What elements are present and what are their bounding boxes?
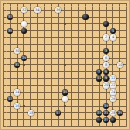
intersection-12-13 bbox=[82, 89, 89, 96]
intersection-9-3 bbox=[62, 21, 69, 28]
intersection-3-16 bbox=[21, 109, 28, 116]
intersection-13-12 bbox=[89, 82, 96, 89]
intersection-8-14 bbox=[55, 96, 62, 103]
intersection-2-17 bbox=[14, 116, 21, 123]
intersection-13-11 bbox=[89, 75, 96, 82]
intersection-18-3 bbox=[123, 21, 130, 28]
intersection-15-18 bbox=[103, 123, 110, 130]
intersection-16-11: 12 bbox=[109, 75, 116, 82]
intersection-0-9 bbox=[0, 62, 7, 69]
intersection-1-18 bbox=[7, 123, 14, 130]
intersection-1-15 bbox=[7, 103, 14, 110]
stone-white-4-16-move-18: 18 bbox=[28, 110, 34, 116]
intersection-6-10 bbox=[41, 68, 48, 75]
intersection-5-6 bbox=[34, 41, 41, 48]
intersection-3-7 bbox=[21, 48, 28, 55]
intersection-2-2 bbox=[14, 14, 21, 21]
intersection-14-6 bbox=[96, 41, 103, 48]
intersection-0-6 bbox=[0, 41, 7, 48]
intersection-10-1 bbox=[68, 7, 75, 14]
stone-black-15-7-move-3: 3 bbox=[103, 48, 109, 54]
move-number: 25 bbox=[118, 111, 121, 114]
intersection-16-5: 4 bbox=[109, 34, 116, 41]
intersection-5-2 bbox=[34, 14, 41, 21]
intersection-6-13 bbox=[41, 89, 48, 96]
intersection-7-16 bbox=[48, 109, 55, 116]
intersection-0-18 bbox=[0, 123, 7, 130]
intersection-18-0 bbox=[123, 0, 130, 7]
move-number: 12 bbox=[111, 77, 114, 80]
intersection-7-9 bbox=[48, 62, 55, 69]
intersection-11-7 bbox=[75, 48, 82, 55]
intersection-13-5 bbox=[89, 34, 96, 41]
stone-black-16-4-move-1: 1 bbox=[110, 28, 116, 34]
intersection-8-13 bbox=[55, 89, 62, 96]
intersection-3-2 bbox=[21, 14, 28, 21]
move-number: 22 bbox=[111, 84, 114, 87]
intersection-6-15 bbox=[41, 103, 48, 110]
intersection-3-15 bbox=[21, 103, 28, 110]
move-number: 13 bbox=[9, 98, 12, 101]
intersection-18-15 bbox=[123, 103, 130, 110]
intersection-1-3 bbox=[7, 21, 14, 28]
intersection-2-8 bbox=[14, 55, 21, 62]
intersection-6-5 bbox=[41, 34, 48, 41]
intersection-18-2 bbox=[123, 14, 130, 21]
intersection-12-11 bbox=[82, 75, 89, 82]
intersection-0-12 bbox=[0, 82, 7, 89]
stone-white-16-11-move-12: 12 bbox=[110, 75, 116, 81]
intersection-7-10 bbox=[48, 68, 55, 75]
move-number: 11 bbox=[98, 77, 101, 80]
intersection-4-15 bbox=[27, 103, 34, 110]
intersection-17-18 bbox=[116, 123, 123, 130]
intersection-8-12 bbox=[55, 82, 62, 89]
intersection-12-15 bbox=[82, 103, 89, 110]
intersection-11-12 bbox=[75, 82, 82, 89]
stone-white-15-8-move-6: 6 bbox=[103, 55, 109, 61]
intersection-0-11 bbox=[0, 75, 7, 82]
move-number: 4 bbox=[111, 36, 114, 39]
stone-black-14-17 bbox=[96, 117, 102, 123]
intersection-5-17 bbox=[34, 116, 41, 123]
intersection-12-1 bbox=[82, 7, 89, 14]
intersection-8-0 bbox=[55, 0, 62, 7]
move-number: 33 bbox=[9, 15, 12, 18]
intersection-16-17 bbox=[109, 116, 116, 123]
stone-white-16-16-move-28: 28 bbox=[110, 110, 116, 116]
intersection-2-1 bbox=[14, 7, 21, 14]
intersection-9-2 bbox=[62, 14, 69, 21]
intersection-10-11 bbox=[68, 75, 75, 82]
intersection-18-11 bbox=[123, 75, 130, 82]
intersection-13-16 bbox=[89, 109, 96, 116]
intersection-7-1 bbox=[48, 7, 55, 14]
intersection-10-2 bbox=[68, 14, 75, 21]
intersection-2-5 bbox=[14, 34, 21, 41]
intersection-10-5 bbox=[68, 34, 75, 41]
intersection-7-15 bbox=[48, 103, 55, 110]
intersection-14-15 bbox=[96, 103, 103, 110]
intersection-18-17 bbox=[123, 116, 130, 123]
intersection-11-14 bbox=[75, 96, 82, 103]
intersection-9-8 bbox=[62, 55, 69, 62]
intersection-12-7 bbox=[82, 48, 89, 55]
intersection-10-16 bbox=[68, 109, 75, 116]
intersection-1-0 bbox=[7, 0, 14, 7]
intersection-4-3 bbox=[27, 21, 34, 28]
intersection-6-1 bbox=[41, 7, 48, 14]
intersection-7-12 bbox=[48, 82, 55, 89]
stone-black-15-17-move-27: 27 bbox=[103, 117, 109, 123]
intersection-18-18 bbox=[123, 123, 130, 130]
intersection-16-3 bbox=[109, 21, 116, 28]
intersection-3-11 bbox=[21, 75, 28, 82]
intersection-8-11 bbox=[55, 75, 62, 82]
stone-white-17-9-move-10: 10 bbox=[117, 62, 123, 68]
intersection-18-5 bbox=[123, 34, 130, 41]
intersection-8-18 bbox=[55, 123, 62, 130]
move-number: 34 bbox=[36, 9, 39, 12]
intersection-18-16 bbox=[123, 109, 130, 116]
stone-black-1-4-move-35: 35 bbox=[7, 28, 13, 34]
intersection-5-10 bbox=[34, 68, 41, 75]
intersection-18-10 bbox=[123, 68, 130, 75]
intersection-5-8 bbox=[34, 55, 41, 62]
intersection-15-8: 6 bbox=[103, 55, 110, 62]
stone-black-15-16-move-21: 21 bbox=[103, 110, 109, 116]
intersection-4-11 bbox=[27, 75, 34, 82]
intersection-10-6 bbox=[68, 41, 75, 48]
intersection-15-17: 27 bbox=[103, 116, 110, 123]
intersection-15-10: 5 bbox=[103, 68, 110, 75]
intersection-5-9 bbox=[34, 62, 41, 69]
intersection-2-12 bbox=[14, 82, 21, 89]
intersection-13-13 bbox=[89, 89, 96, 96]
intersection-16-16: 28 bbox=[109, 109, 116, 116]
intersection-6-4 bbox=[41, 27, 48, 34]
intersection-8-15 bbox=[55, 103, 62, 110]
intersection-10-15 bbox=[68, 103, 75, 110]
move-number: 15 bbox=[63, 91, 66, 94]
move-number: 31 bbox=[15, 63, 18, 66]
intersection-4-2 bbox=[27, 14, 34, 21]
intersection-14-17 bbox=[96, 116, 103, 123]
move-number: 24 bbox=[111, 91, 114, 94]
intersection-15-11: 9 bbox=[103, 75, 110, 82]
intersection-0-15 bbox=[0, 103, 7, 110]
intersection-4-5 bbox=[27, 34, 34, 41]
stone-black-8-16-move-17: 17 bbox=[55, 110, 61, 116]
intersection-14-14 bbox=[96, 96, 103, 103]
intersection-7-18 bbox=[48, 123, 55, 130]
intersection-11-1 bbox=[75, 7, 82, 14]
intersection-7-3 bbox=[48, 21, 55, 28]
intersection-15-7: 3 bbox=[103, 48, 110, 55]
intersection-17-13 bbox=[116, 89, 123, 96]
intersection-12-3 bbox=[82, 21, 89, 28]
intersection-9-9 bbox=[62, 62, 69, 69]
intersection-11-6 bbox=[75, 41, 82, 48]
stone-black-15-15-move-19: 19 bbox=[103, 103, 109, 109]
intersection-13-15 bbox=[89, 103, 96, 110]
intersection-1-8 bbox=[7, 55, 14, 62]
intersection-13-14 bbox=[89, 96, 96, 103]
intersection-0-3 bbox=[0, 21, 7, 28]
stone-black-3-4 bbox=[21, 28, 27, 34]
intersection-3-13 bbox=[21, 89, 28, 96]
intersection-12-10 bbox=[82, 68, 89, 75]
intersection-0-17 bbox=[0, 116, 7, 123]
move-number: 32 bbox=[22, 9, 25, 12]
intersection-12-9 bbox=[82, 62, 89, 69]
intersection-9-15 bbox=[62, 103, 69, 110]
intersection-5-12 bbox=[34, 82, 41, 89]
intersection-18-4 bbox=[123, 27, 130, 34]
intersection-7-8 bbox=[48, 55, 55, 62]
stone-white-9-14 bbox=[62, 96, 68, 102]
intersection-5-5 bbox=[34, 34, 41, 41]
intersection-7-11 bbox=[48, 75, 55, 82]
intersection-10-3 bbox=[68, 21, 75, 28]
stone-white-15-9-move-8: 8 bbox=[103, 62, 109, 68]
intersection-16-2 bbox=[109, 14, 116, 21]
intersection-10-18 bbox=[68, 123, 75, 130]
intersection-0-4 bbox=[0, 27, 7, 34]
intersection-11-16 bbox=[75, 109, 82, 116]
intersection-4-8 bbox=[27, 55, 34, 62]
intersection-10-0 bbox=[68, 0, 75, 7]
intersection-6-11 bbox=[41, 75, 48, 82]
intersection-9-4 bbox=[62, 27, 69, 34]
intersection-13-6 bbox=[89, 41, 96, 48]
intersection-7-5 bbox=[48, 34, 55, 41]
intersection-1-4: 35 bbox=[7, 27, 14, 34]
intersection-11-0 bbox=[75, 0, 82, 7]
intersection-17-8 bbox=[116, 55, 123, 62]
intersection-11-9 bbox=[75, 62, 82, 69]
move-number: 5 bbox=[104, 70, 107, 73]
intersection-11-4 bbox=[75, 27, 82, 34]
intersection-12-5 bbox=[82, 34, 89, 41]
intersection-5-16 bbox=[34, 109, 41, 116]
intersection-8-17 bbox=[55, 116, 62, 123]
intersection-4-10 bbox=[27, 68, 34, 75]
intersection-17-5 bbox=[116, 34, 123, 41]
intersection-17-12 bbox=[116, 82, 123, 89]
intersection-8-10 bbox=[55, 68, 62, 75]
intersection-3-5 bbox=[21, 34, 28, 41]
intersection-1-2: 33 bbox=[7, 14, 14, 21]
intersection-6-8 bbox=[41, 55, 48, 62]
intersection-12-0 bbox=[82, 0, 89, 7]
intersection-8-4 bbox=[55, 27, 62, 34]
intersection-11-17 bbox=[75, 116, 82, 123]
intersection-4-4 bbox=[27, 27, 34, 34]
move-number: 2 bbox=[104, 36, 107, 39]
intersection-15-14 bbox=[103, 96, 110, 103]
intersection-15-1 bbox=[103, 7, 110, 14]
intersection-1-13 bbox=[7, 89, 14, 96]
intersection-12-16 bbox=[82, 109, 89, 116]
intersection-4-18 bbox=[27, 123, 34, 130]
intersection-0-13 bbox=[0, 89, 7, 96]
intersection-16-10 bbox=[109, 68, 116, 75]
intersection-5-11 bbox=[34, 75, 41, 82]
move-number: 35 bbox=[9, 29, 12, 32]
intersection-4-16: 18 bbox=[27, 109, 34, 116]
intersection-2-14 bbox=[14, 96, 21, 103]
intersection-8-3 bbox=[55, 21, 62, 28]
intersection-18-9 bbox=[123, 62, 130, 69]
intersection-14-8 bbox=[96, 55, 103, 62]
intersection-4-17 bbox=[27, 116, 34, 123]
intersection-10-14 bbox=[68, 96, 75, 103]
intersection-13-3 bbox=[89, 21, 96, 28]
intersection-17-15 bbox=[116, 103, 123, 110]
intersection-18-12 bbox=[123, 82, 130, 89]
intersection-7-4 bbox=[48, 27, 55, 34]
move-number: 27 bbox=[104, 118, 107, 121]
stone-white-16-5-move-4: 4 bbox=[110, 34, 116, 40]
intersection-2-15: 16 bbox=[14, 103, 21, 110]
move-number: 28 bbox=[111, 111, 114, 114]
move-number: 20 bbox=[104, 84, 107, 87]
intersection-7-13 bbox=[48, 89, 55, 96]
intersection-2-10 bbox=[14, 68, 21, 75]
intersection-2-0 bbox=[14, 0, 21, 7]
intersection-10-13 bbox=[68, 89, 75, 96]
move-number: 30 bbox=[15, 50, 18, 53]
stone-black-3-8-move-29: 29 bbox=[21, 55, 27, 61]
move-number: 18 bbox=[29, 111, 32, 114]
intersection-3-10 bbox=[21, 68, 28, 75]
intersection-14-16: 23 bbox=[96, 109, 103, 116]
intersection-16-0 bbox=[109, 0, 116, 7]
stone-white-8-1-move-36: 36 bbox=[55, 7, 61, 13]
intersection-12-6 bbox=[82, 41, 89, 48]
stone-black-14-16-move-23: 23 bbox=[96, 110, 102, 116]
intersection-17-17 bbox=[116, 116, 123, 123]
intersection-1-1 bbox=[7, 7, 14, 14]
intersection-1-14: 13 bbox=[7, 96, 14, 103]
go-board: 3234363335124303296318107511912202214152… bbox=[0, 0, 130, 130]
stone-black-9-13-move-15: 15 bbox=[62, 89, 68, 95]
intersection-15-9: 8 bbox=[103, 62, 110, 69]
intersection-3-14 bbox=[21, 96, 28, 103]
intersection-6-12 bbox=[41, 82, 48, 89]
intersection-11-2 bbox=[75, 14, 82, 21]
intersection-13-8 bbox=[89, 55, 96, 62]
stone-white-3-3 bbox=[21, 21, 27, 27]
intersection-18-8 bbox=[123, 55, 130, 62]
intersection-4-0 bbox=[27, 0, 34, 7]
intersection-11-15 bbox=[75, 103, 82, 110]
intersection-16-4: 1 bbox=[109, 27, 116, 34]
stone-black-12-2 bbox=[82, 14, 88, 20]
intersection-5-18 bbox=[34, 123, 41, 130]
intersection-9-18 bbox=[62, 123, 69, 130]
intersection-17-7 bbox=[116, 48, 123, 55]
intersection-6-6 bbox=[41, 41, 48, 48]
intersection-3-1: 32 bbox=[21, 7, 28, 14]
intersection-5-14 bbox=[34, 96, 41, 103]
intersection-17-0 bbox=[116, 0, 123, 7]
intersection-9-13: 15 bbox=[62, 89, 69, 96]
intersection-6-3 bbox=[41, 21, 48, 28]
intersection-6-17 bbox=[41, 116, 48, 123]
stone-white-3-1-move-32: 32 bbox=[21, 7, 27, 13]
intersection-18-14 bbox=[123, 96, 130, 103]
intersection-14-3 bbox=[96, 21, 103, 28]
intersection-14-13 bbox=[96, 89, 103, 96]
intersection-14-9 bbox=[96, 62, 103, 69]
intersection-5-13 bbox=[34, 89, 41, 96]
intersection-16-14: 26 bbox=[109, 96, 116, 103]
stone-black-15-11-move-9: 9 bbox=[103, 75, 109, 81]
intersection-18-1 bbox=[123, 7, 130, 14]
intersection-13-2 bbox=[89, 14, 96, 21]
intersection-1-7 bbox=[7, 48, 14, 55]
intersection-8-7 bbox=[55, 48, 62, 55]
move-number: 16 bbox=[15, 104, 18, 107]
intersection-0-5 bbox=[0, 34, 7, 41]
intersection-6-14 bbox=[41, 96, 48, 103]
intersection-9-16 bbox=[62, 109, 69, 116]
intersection-5-1: 34 bbox=[34, 7, 41, 14]
move-number: 21 bbox=[104, 111, 107, 114]
intersection-14-7 bbox=[96, 48, 103, 55]
intersection-14-4 bbox=[96, 27, 103, 34]
intersection-5-4 bbox=[34, 27, 41, 34]
stone-black-1-2-move-33: 33 bbox=[7, 14, 13, 20]
intersection-6-16 bbox=[41, 109, 48, 116]
intersection-17-11 bbox=[116, 75, 123, 82]
intersection-16-8 bbox=[109, 55, 116, 62]
intersection-7-17 bbox=[48, 116, 55, 123]
move-number: 8 bbox=[104, 63, 107, 66]
intersection-6-0 bbox=[41, 0, 48, 7]
stone-white-2-7-move-30: 30 bbox=[14, 48, 20, 54]
intersection-1-10 bbox=[7, 68, 14, 75]
intersection-1-11 bbox=[7, 75, 14, 82]
intersection-3-17 bbox=[21, 116, 28, 123]
intersection-14-2 bbox=[96, 14, 103, 21]
stone-black-16-17 bbox=[110, 117, 116, 123]
intersection-11-11 bbox=[75, 75, 82, 82]
intersection-2-13: 14 bbox=[14, 89, 21, 96]
intersection-17-4 bbox=[116, 27, 123, 34]
intersection-8-1: 36 bbox=[55, 7, 62, 14]
intersection-0-16 bbox=[0, 109, 7, 116]
intersection-9-1 bbox=[62, 7, 69, 14]
intersection-9-5 bbox=[62, 34, 69, 41]
intersection-0-10 bbox=[0, 68, 7, 75]
stone-white-2-13-move-14: 14 bbox=[14, 89, 20, 95]
intersection-15-4 bbox=[103, 27, 110, 34]
intersection-6-18 bbox=[41, 123, 48, 130]
move-number: 23 bbox=[98, 111, 101, 114]
intersection-14-11: 11 bbox=[96, 75, 103, 82]
stone-black-14-11-move-11: 11 bbox=[96, 75, 102, 81]
intersection-7-0 bbox=[48, 0, 55, 7]
intersection-3-9 bbox=[21, 62, 28, 69]
stone-black-1-14-move-13: 13 bbox=[7, 96, 13, 102]
intersection-7-7 bbox=[48, 48, 55, 55]
intersection-13-9 bbox=[89, 62, 96, 69]
intersection-18-7 bbox=[123, 48, 130, 55]
intersection-12-2 bbox=[82, 14, 89, 21]
